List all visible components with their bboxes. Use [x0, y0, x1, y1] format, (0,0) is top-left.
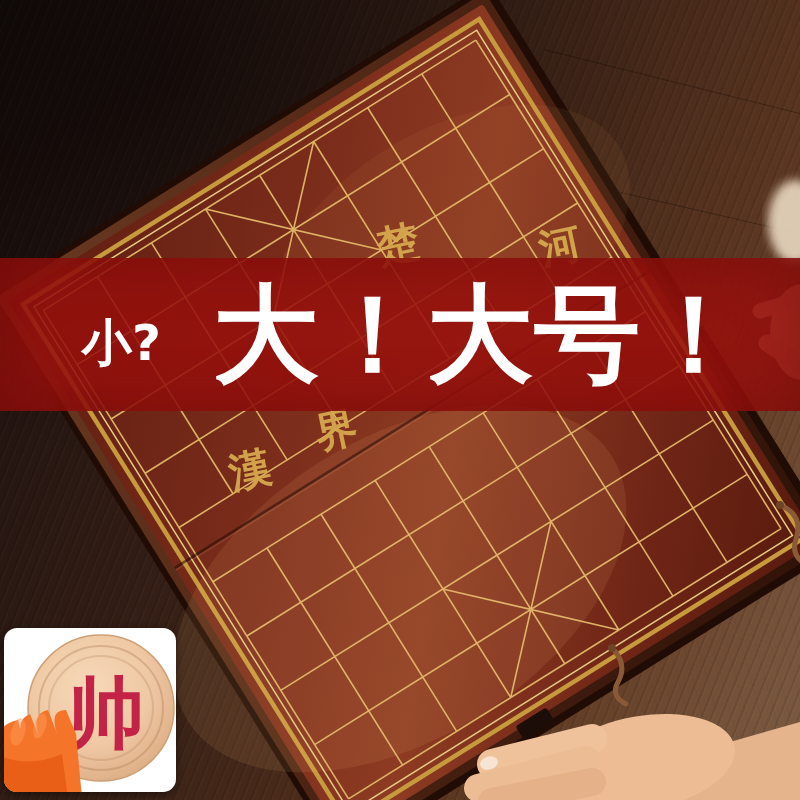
blurred-sleeve: [768, 180, 800, 264]
inset-detail-card: 帅: [4, 628, 176, 792]
product-photo: 楚河漢界 小? 大！大号！: [0, 0, 800, 800]
promo-text-small: 小?: [82, 318, 161, 368]
general-character: 帅: [66, 667, 145, 758]
promo-text-big: 大！大号！: [213, 274, 748, 396]
rubber-glove-hand: [4, 710, 82, 792]
promo-banner: 小? 大！大号！: [0, 258, 800, 411]
inset-illustration: 帅: [4, 628, 176, 792]
